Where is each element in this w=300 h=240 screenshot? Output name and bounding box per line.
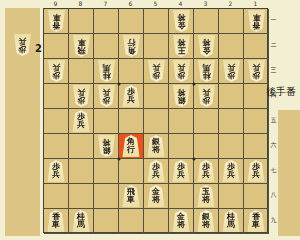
- board-cell-5九[interactable]: [144, 209, 169, 234]
- board-cell-1三[interactable]: 歩兵: [244, 59, 269, 84]
- board-cell-5七[interactable]: 歩兵: [144, 159, 169, 184]
- shogi-piece-歩兵-sente: 歩兵: [172, 160, 191, 182]
- board-cell-6七[interactable]: [119, 159, 144, 184]
- piece-kanji: 兵: [52, 63, 60, 71]
- piece-kanji: 金: [177, 21, 185, 29]
- piece-kanji: 兵: [227, 63, 235, 71]
- board-cell-6九[interactable]: [119, 209, 144, 234]
- board-cell-4六[interactable]: [169, 134, 194, 159]
- board-cell-2七[interactable]: 歩兵: [219, 159, 244, 184]
- board-cell-9八[interactable]: [44, 184, 69, 209]
- board-cell-6六[interactable]: 角行: [119, 134, 144, 159]
- piece-kanji: 歩: [202, 96, 210, 104]
- piece-kanji: 将: [152, 196, 160, 204]
- piece-kanji: 歩: [77, 96, 85, 104]
- board-cell-9二[interactable]: [44, 34, 69, 59]
- board-cell-9六[interactable]: [44, 134, 69, 159]
- piece-kanji: 歩: [177, 71, 185, 79]
- board-cell-5五[interactable]: [144, 109, 169, 134]
- board-cell-6五[interactable]: [119, 109, 144, 134]
- board-cell-9三[interactable]: 歩兵: [44, 59, 69, 84]
- shogi-piece-香車-gote: 香車: [247, 10, 266, 32]
- shogi-piece-金将-gote: 金将: [172, 10, 191, 32]
- board-cell-4九[interactable]: 金将: [169, 209, 194, 234]
- board-cell-1二[interactable]: [244, 34, 269, 59]
- rank-label-三: 三: [269, 58, 278, 83]
- rank-label-九: 九: [269, 208, 278, 233]
- gote-hand-tray[interactable]: 歩 兵 2: [5, 8, 40, 236]
- piece-kanji: 王: [177, 46, 185, 54]
- file-label-7: 7: [93, 0, 118, 7]
- board-cell-5一[interactable]: [144, 9, 169, 34]
- shogi-piece-玉将-sente: 玉将: [197, 185, 216, 207]
- board-cell-4七[interactable]: 歩兵: [169, 159, 194, 184]
- piece-kanji: 歩: [152, 71, 160, 79]
- shogi-piece-歩兵-gote: 歩兵: [72, 85, 91, 107]
- hand-piece-kanji-1: 歩: [19, 45, 27, 53]
- piece-kanji: 金: [202, 46, 210, 54]
- shogi-piece-金将-sente: 金将: [147, 185, 166, 207]
- file-label-8: 8: [68, 0, 93, 7]
- piece-kanji: 香: [52, 21, 60, 29]
- shogi-board: 香車金将香車飛車角行王将金将歩兵桂馬歩兵歩兵桂馬歩兵歩兵歩兵歩兵歩兵銀将歩兵歩兵…: [43, 8, 268, 233]
- piece-kanji: 行: [127, 146, 135, 154]
- shogi-piece-角行-sente: 角行: [122, 135, 141, 157]
- file-label-5: 5: [143, 0, 168, 7]
- shogi-piece-角行-gote: 角行: [122, 35, 141, 57]
- shogi-piece-歩兵-sente: 歩兵: [222, 160, 241, 182]
- piece-kanji: 兵: [127, 96, 135, 104]
- hand-piece-pawn[interactable]: 歩 兵: [13, 34, 32, 56]
- board-cell-8七[interactable]: [69, 159, 94, 184]
- file-label-1: 1: [243, 0, 268, 7]
- board-cell-8一[interactable]: [69, 9, 94, 34]
- piece-kanji: 馬: [102, 63, 110, 71]
- piece-kanji: 銀: [102, 146, 110, 154]
- board-cell-1七[interactable]: 歩兵: [244, 159, 269, 184]
- piece-kanji: 飛: [77, 46, 85, 54]
- hand-piece-kanji-2: 兵: [19, 37, 27, 45]
- board-cell-6二[interactable]: 角行: [119, 34, 144, 59]
- shogi-piece-香車-gote: 香車: [47, 10, 66, 32]
- file-label-2: 2: [218, 0, 243, 7]
- board-cell-5八[interactable]: 金将: [144, 184, 169, 209]
- gote-hand-group[interactable]: 歩 兵 2: [13, 34, 42, 56]
- board-cell-7四[interactable]: 歩兵: [94, 84, 119, 109]
- piece-kanji: 香: [252, 21, 260, 29]
- board-cell-7五[interactable]: [94, 109, 119, 134]
- piece-kanji: 馬: [202, 63, 210, 71]
- piece-kanji: 車: [52, 221, 60, 229]
- piece-kanji: 行: [127, 38, 135, 46]
- piece-kanji: 兵: [177, 171, 185, 179]
- shogi-piece-金将-sente: 金将: [172, 210, 191, 232]
- board-cell-1一[interactable]: 香車: [244, 9, 269, 34]
- piece-kanji: 馬: [227, 221, 235, 229]
- shogi-piece-歩兵-gote: 歩兵: [172, 60, 191, 82]
- board-cell-9四[interactable]: [44, 84, 69, 109]
- piece-kanji: 車: [252, 13, 260, 21]
- board-cell-4三[interactable]: 歩兵: [169, 59, 194, 84]
- board-cell-2四[interactable]: [219, 84, 244, 109]
- board-cell-7二[interactable]: [94, 34, 119, 59]
- piece-kanji: 将: [177, 221, 185, 229]
- shogi-piece-桂馬-sente: 桂馬: [72, 210, 91, 232]
- board-cell-3一[interactable]: [194, 9, 219, 34]
- board-cell-9一[interactable]: 香車: [44, 9, 69, 34]
- rank-label-八: 八: [269, 183, 278, 208]
- board-cell-6一[interactable]: [119, 9, 144, 34]
- board-cell-3三[interactable]: 桂馬: [194, 59, 219, 84]
- board-cell-2五[interactable]: [219, 109, 244, 134]
- piece-kanji: 兵: [177, 63, 185, 71]
- piece-kanji: 車: [77, 38, 85, 46]
- board-cell-4二[interactable]: 王将: [169, 34, 194, 59]
- shogi-piece-銀将-gote: 銀将: [97, 135, 116, 157]
- board-cell-3四[interactable]: 歩兵: [194, 84, 219, 109]
- board-cell-5三[interactable]: 歩兵: [144, 59, 169, 84]
- board-cell-5二[interactable]: [144, 34, 169, 59]
- star-point: [118, 158, 121, 161]
- board-cell-9九[interactable]: 香車: [44, 209, 69, 234]
- shogi-piece-銀将-gote: 銀将: [172, 85, 191, 107]
- board-cell-7八[interactable]: [94, 184, 119, 209]
- board-cell-8二[interactable]: 飛車: [69, 34, 94, 59]
- board-cell-6八[interactable]: 飛車: [119, 184, 144, 209]
- board-cell-3九[interactable]: 銀将: [194, 209, 219, 234]
- board-cell-8六[interactable]: [69, 134, 94, 159]
- shogi-piece-歩兵-sente: 歩兵: [247, 160, 266, 182]
- board-cell-1九[interactable]: 香車: [244, 209, 269, 234]
- piece-kanji: 車: [52, 13, 60, 21]
- board-cell-8八[interactable]: [69, 184, 94, 209]
- board-cell-3五[interactable]: [194, 109, 219, 134]
- shogi-piece-王将-gote: 王将: [172, 35, 191, 57]
- sente-hand-tray[interactable]: [278, 110, 300, 236]
- board-cell-2三[interactable]: 歩兵: [219, 59, 244, 84]
- shogi-piece-銀将-sente: 銀将: [147, 135, 166, 157]
- board-cell-2二[interactable]: [219, 34, 244, 59]
- board-cell-9七[interactable]: 歩兵: [44, 159, 69, 184]
- piece-kanji: 歩: [227, 71, 235, 79]
- shogi-piece-歩兵-gote: 歩兵: [147, 60, 166, 82]
- shogi-app: 歩 兵 2 香車金将香車飛車角行王将金将歩兵桂馬歩兵歩兵桂馬歩兵歩兵歩兵歩兵歩兵…: [0, 0, 300, 240]
- board-cell-2九[interactable]: 桂馬: [219, 209, 244, 234]
- board-cell-8九[interactable]: 桂馬: [69, 209, 94, 234]
- rank-label-二: 二: [269, 33, 278, 58]
- board-cell-3八[interactable]: 玉将: [194, 184, 219, 209]
- piece-kanji: 桂: [102, 71, 110, 79]
- board-cell-8四[interactable]: 歩兵: [69, 84, 94, 109]
- shogi-piece-飛車-sente: 飛車: [122, 185, 141, 207]
- board-cell-2六[interactable]: [219, 134, 244, 159]
- board-cell-4四[interactable]: 銀将: [169, 84, 194, 109]
- piece-kanji: 兵: [77, 88, 85, 96]
- file-label-9: 9: [43, 0, 68, 7]
- board-cell-6三[interactable]: [119, 59, 144, 84]
- piece-kanji: 歩: [52, 71, 60, 79]
- shogi-piece-歩兵-gote: 歩兵: [222, 60, 241, 82]
- piece-kanji: 兵: [202, 88, 210, 96]
- board-cell-7一[interactable]: [94, 9, 119, 34]
- board-cell-8三[interactable]: [69, 59, 94, 84]
- board-cell-1五[interactable]: [244, 109, 269, 134]
- board-cell-7九[interactable]: [94, 209, 119, 234]
- piece-kanji: 将: [202, 38, 210, 46]
- shogi-piece-桂馬-gote: 桂馬: [97, 60, 116, 82]
- piece-kanji: 兵: [152, 63, 160, 71]
- piece-kanji: 車: [252, 221, 260, 229]
- board-cell-4一[interactable]: 金将: [169, 9, 194, 34]
- file-label-6: 6: [118, 0, 143, 7]
- board-cell-3七[interactable]: 歩兵: [194, 159, 219, 184]
- shogi-piece-飛車-gote: 飛車: [72, 35, 91, 57]
- piece-kanji: 角: [127, 46, 135, 54]
- piece-kanji: 車: [127, 196, 135, 204]
- piece-kanji: 兵: [77, 121, 85, 129]
- board-cell-1八[interactable]: [244, 184, 269, 209]
- shogi-piece-歩兵-sente: 歩兵: [72, 110, 91, 132]
- piece-kanji: 将: [102, 138, 110, 146]
- piece-kanji: 将: [202, 221, 210, 229]
- board-cell-4五[interactable]: [169, 109, 194, 134]
- shogi-piece-歩兵-gote: 歩兵: [247, 60, 266, 82]
- shogi-piece-銀将-sente: 銀将: [197, 210, 216, 232]
- piece-kanji: 銀: [177, 96, 185, 104]
- piece-kanji: 兵: [152, 171, 160, 179]
- board-cell-4八[interactable]: [169, 184, 194, 209]
- rank-label-一: 一: [269, 8, 278, 33]
- shogi-piece-歩兵-sente: 歩兵: [47, 160, 66, 182]
- piece-kanji: 将: [177, 38, 185, 46]
- star-point: [193, 158, 196, 161]
- shogi-piece-桂馬-sente: 桂馬: [222, 210, 241, 232]
- piece-kanji: 兵: [52, 171, 60, 179]
- piece-kanji: 歩: [102, 96, 110, 104]
- piece-kanji: 将: [152, 146, 160, 154]
- piece-kanji: 将: [177, 13, 185, 21]
- board-cell-5六[interactable]: 銀将: [144, 134, 169, 159]
- board-cell-7三[interactable]: 桂馬: [94, 59, 119, 84]
- shogi-piece-金将-gote: 金将: [197, 35, 216, 57]
- board-cell-3二[interactable]: 金将: [194, 34, 219, 59]
- board-cell-7六[interactable]: 銀将: [94, 134, 119, 159]
- board-cell-2八[interactable]: [219, 184, 244, 209]
- board-cell-9五[interactable]: [44, 109, 69, 134]
- board-cell-2一[interactable]: [219, 9, 244, 34]
- shogi-piece-香車-sente: 香車: [247, 210, 266, 232]
- rank-label-五: 五: [269, 108, 278, 133]
- shogi-piece-香車-sente: 香車: [47, 210, 66, 232]
- piece-kanji: 兵: [252, 171, 260, 179]
- board-cell-7七[interactable]: [94, 159, 119, 184]
- file-label-4: 4: [168, 0, 193, 7]
- star-point: [118, 83, 121, 86]
- board-cell-6四[interactable]: 歩兵: [119, 84, 144, 109]
- file-label-3: 3: [193, 0, 218, 7]
- piece-kanji: 桂: [202, 71, 210, 79]
- piece-kanji: 将: [177, 88, 185, 96]
- piece-kanji: 将: [202, 196, 210, 204]
- shogi-piece-歩兵-gote: 歩兵: [47, 60, 66, 82]
- board-cell-8五[interactable]: 歩兵: [69, 109, 94, 134]
- shogi-piece-歩兵-sente: 歩兵: [197, 160, 216, 182]
- star-point: [193, 83, 196, 86]
- board-cell-5四[interactable]: [144, 84, 169, 109]
- piece-kanji: 兵: [202, 171, 210, 179]
- board-cell-3六[interactable]: [194, 134, 219, 159]
- turn-indicator: 後手番: [266, 86, 300, 98]
- piece-kanji: 兵: [227, 171, 235, 179]
- shogi-piece-桂馬-gote: 桂馬: [197, 60, 216, 82]
- piece-kanji: 歩: [252, 71, 260, 79]
- shogi-piece-歩兵-sente: 歩兵: [147, 160, 166, 182]
- gote-hand-count: 2: [35, 43, 42, 54]
- shogi-piece-歩兵-sente: 歩兵: [122, 85, 141, 107]
- rank-label-六: 六: [269, 133, 278, 158]
- piece-kanji: 兵: [252, 63, 260, 71]
- rank-label-七: 七: [269, 158, 278, 183]
- piece-kanji: 馬: [77, 221, 85, 229]
- shogi-piece-歩兵-gote: 歩兵: [197, 85, 216, 107]
- piece-kanji: 兵: [102, 88, 110, 96]
- shogi-piece-歩兵-gote: 歩兵: [97, 85, 116, 107]
- board-cell-1六[interactable]: [244, 134, 269, 159]
